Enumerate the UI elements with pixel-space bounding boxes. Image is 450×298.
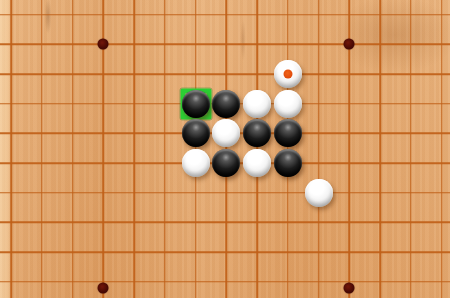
- black-stone: [274, 119, 302, 147]
- white-stone: [274, 90, 302, 118]
- white-stone: [212, 119, 240, 147]
- grid-line-horizontal: [0, 222, 450, 224]
- black-stone: [182, 119, 210, 147]
- black-stone: [212, 149, 240, 177]
- grid-line-horizontal: [0, 251, 450, 253]
- white-stone: [182, 149, 210, 177]
- black-stone: [243, 119, 271, 147]
- grid-line-horizontal: [0, 281, 450, 283]
- gomoku-board[interactable]: [0, 0, 450, 298]
- white-stone: [274, 60, 302, 88]
- white-stone: [305, 179, 333, 207]
- white-stone: [243, 149, 271, 177]
- star-point: [344, 282, 355, 293]
- game-window: [0, 0, 450, 298]
- grid-line-horizontal: [0, 14, 450, 16]
- star-point: [98, 282, 109, 293]
- star-point: [98, 39, 109, 50]
- star-point: [344, 39, 355, 50]
- grid-line-horizontal: [0, 192, 450, 194]
- grid-line-horizontal: [0, 73, 450, 75]
- black-stone: [212, 90, 240, 118]
- last-move-marker: [283, 70, 292, 79]
- black-stone: [182, 90, 210, 118]
- grid-line-horizontal: [0, 44, 450, 46]
- white-stone: [243, 90, 271, 118]
- black-stone: [274, 149, 302, 177]
